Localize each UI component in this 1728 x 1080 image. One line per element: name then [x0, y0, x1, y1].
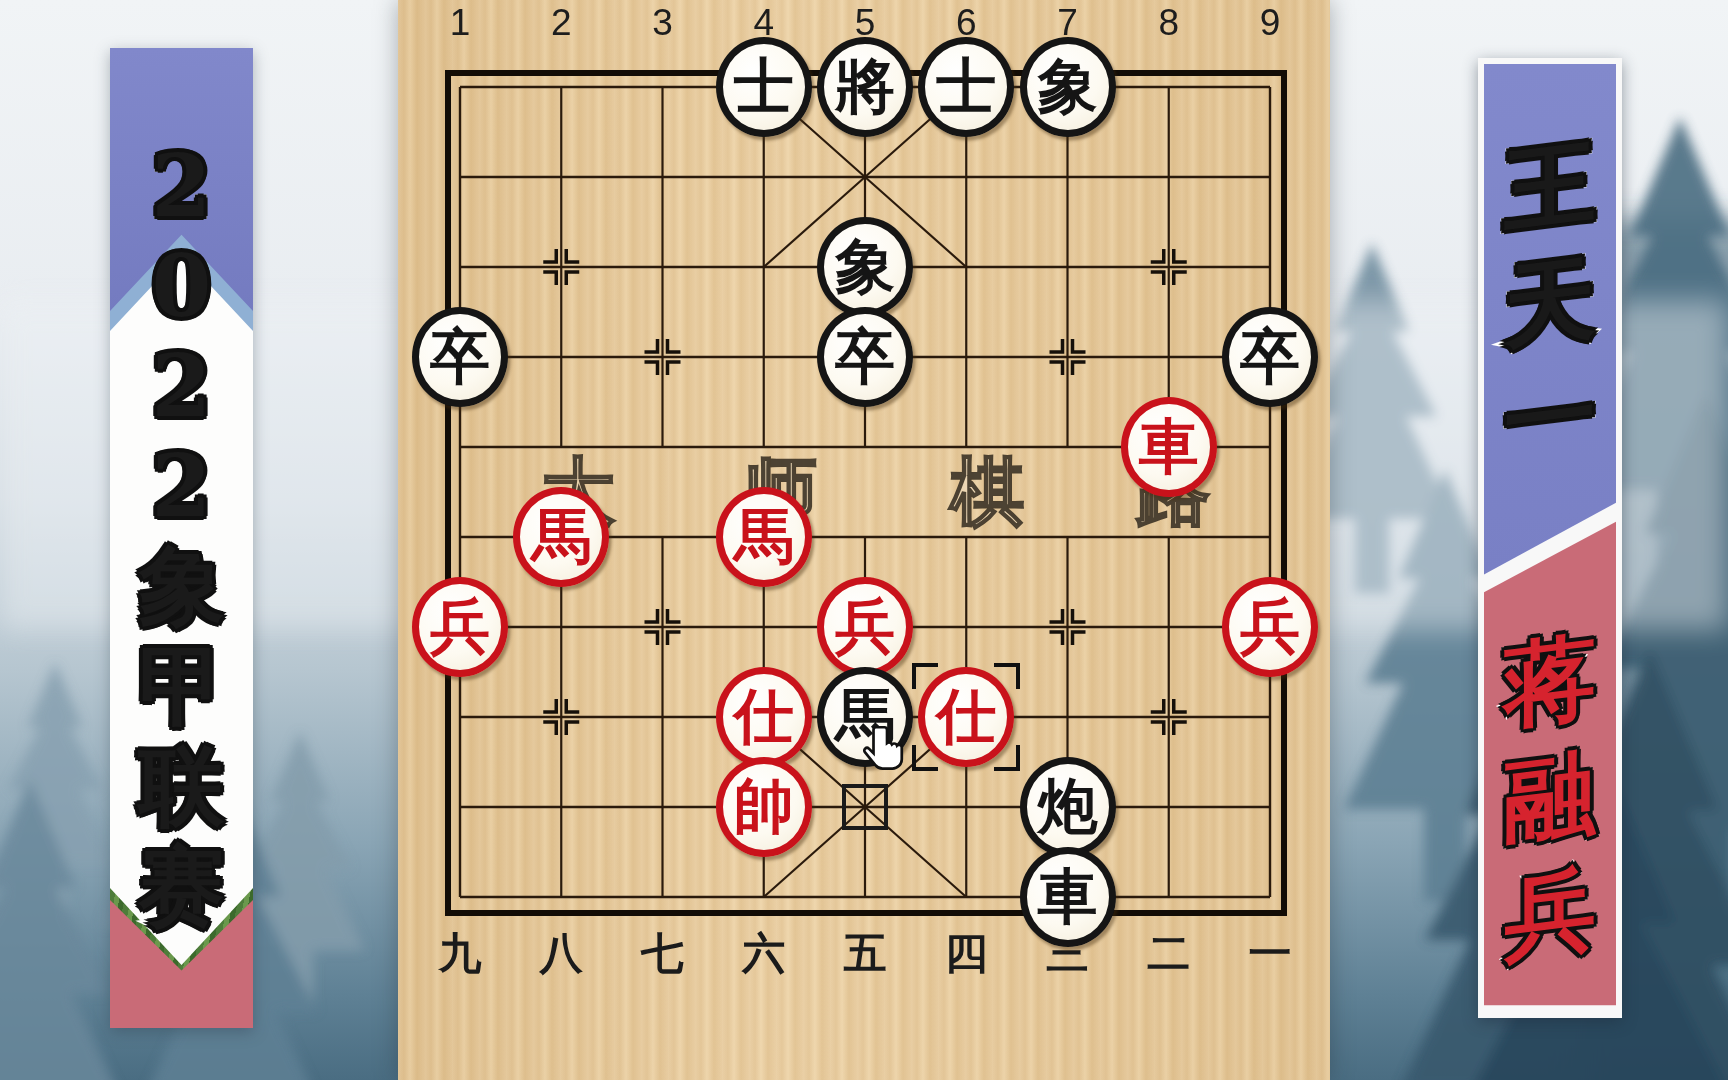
player-bottom-name-char: 兵 [1504, 849, 1596, 976]
black-piece-象[interactable]: 象 [1020, 37, 1116, 137]
red-piece-帥[interactable]: 帥 [716, 757, 812, 857]
black-piece-卒[interactable]: 卒 [1222, 307, 1318, 407]
event-banner-char: 0 [152, 236, 212, 336]
event-banner-char: 赛 [139, 836, 225, 936]
red-piece-馬[interactable]: 馬 [716, 487, 812, 587]
bracket-corner [912, 663, 938, 689]
event-banner-char: 2 [152, 436, 212, 536]
move-to-selection-brackets [912, 663, 1020, 771]
red-piece-仕[interactable]: 仕 [716, 667, 812, 767]
river-watermark-char: 棋 [950, 455, 1024, 529]
black-piece-士[interactable]: 士 [918, 37, 1014, 137]
player-bottom-name-char: 蒋 [1504, 617, 1596, 744]
broadcast-screen: 123456789 九八七六五四三二一 大师棋路 士將士象象卒卒卒車馬馬兵兵兵仕… [0, 0, 1728, 1080]
bracket-corner [994, 745, 1020, 771]
black-piece-炮[interactable]: 炮 [1020, 757, 1116, 857]
event-banner-char: 2 [152, 336, 212, 436]
black-piece-卒[interactable]: 卒 [412, 307, 508, 407]
black-piece-卒[interactable]: 卒 [817, 307, 913, 407]
red-piece-兵[interactable]: 兵 [817, 577, 913, 677]
hand-cursor-icon [862, 724, 908, 786]
black-piece-象[interactable]: 象 [817, 217, 913, 317]
bracket-corner [912, 745, 938, 771]
bracket-corner [994, 663, 1020, 689]
event-banner: 2022象甲联赛 [110, 48, 253, 1028]
xiangqi-board: 123456789 九八七六五四三二一 大师棋路 士將士象象卒卒卒車馬馬兵兵兵仕… [398, 0, 1330, 1080]
event-banner-char: 甲 [139, 636, 225, 736]
player-name-bottom: 蒋融兵 [1478, 623, 1622, 971]
player-name-top: 王天一 [1478, 128, 1622, 476]
player-top-name-char: 天 [1504, 238, 1596, 365]
event-banner-char: 象 [139, 536, 225, 636]
event-banner-char: 联 [139, 736, 225, 836]
black-piece-士[interactable]: 士 [716, 37, 812, 137]
red-piece-兵[interactable]: 兵 [412, 577, 508, 677]
event-banner-char: 2 [152, 136, 212, 236]
event-banner-text: 2022象甲联赛 [110, 48, 253, 1028]
red-piece-馬[interactable]: 馬 [513, 487, 609, 587]
player-bottom-name-char: 融 [1504, 733, 1596, 860]
black-piece-將[interactable]: 將 [817, 37, 913, 137]
move-from-marker [842, 784, 888, 830]
black-piece-車[interactable]: 車 [1020, 847, 1116, 947]
red-piece-兵[interactable]: 兵 [1222, 577, 1318, 677]
red-piece-車[interactable]: 車 [1121, 397, 1217, 497]
player-top-name-char: 王 [1504, 122, 1596, 249]
player-top-name-char: 一 [1504, 354, 1596, 481]
players-banner: 王天一 蒋融兵 [1478, 58, 1622, 1018]
